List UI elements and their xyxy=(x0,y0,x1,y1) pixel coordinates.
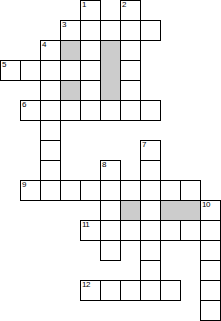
cell-r5-c5[interactable] xyxy=(100,100,121,121)
cell-r0-c4[interactable] xyxy=(80,0,101,21)
cell-r9-c3[interactable] xyxy=(60,180,81,201)
cell-r8-c2[interactable] xyxy=(40,160,61,181)
cell-r10-c5[interactable] xyxy=(100,200,121,221)
cell-r11-c10[interactable] xyxy=(200,220,221,241)
cell-r14-c8[interactable] xyxy=(160,280,181,301)
cell-r1-c6[interactable] xyxy=(120,20,141,41)
cell-r5-c1[interactable] xyxy=(20,100,41,121)
cell-r3-c2[interactable] xyxy=(40,60,61,81)
cell-r3-c4[interactable] xyxy=(80,60,101,81)
cell-r7-c2[interactable] xyxy=(40,140,61,161)
cell-r2-c4[interactable] xyxy=(80,40,101,61)
cell-r9-c5[interactable] xyxy=(100,180,121,201)
cell-r11-c9[interactable] xyxy=(180,220,201,241)
cell-r12-c7[interactable] xyxy=(140,240,161,261)
cell-r9-c7[interactable] xyxy=(140,180,161,201)
cell-r4-c2[interactable] xyxy=(40,80,61,101)
shaded-block-r2-c5 xyxy=(100,40,121,101)
cell-r14-c4[interactable] xyxy=(80,280,101,301)
cell-r5-c7[interactable] xyxy=(140,100,161,121)
cell-r5-c4[interactable] xyxy=(80,100,101,121)
cell-r14-c6[interactable] xyxy=(120,280,141,301)
cell-r14-c10[interactable] xyxy=(200,280,221,301)
cell-r10-c10[interactable] xyxy=(200,200,221,221)
cell-r8-c7[interactable] xyxy=(140,160,161,181)
cell-r5-c3[interactable] xyxy=(60,100,81,121)
cell-r9-c9[interactable] xyxy=(180,180,201,201)
cell-r3-c0[interactable] xyxy=(0,60,21,81)
cell-r13-c7[interactable] xyxy=(140,260,161,281)
cell-r1-c5[interactable] xyxy=(100,20,121,41)
cell-r5-c2[interactable] xyxy=(40,100,61,121)
cell-r11-c6[interactable] xyxy=(120,220,141,241)
cell-r15-c10[interactable] xyxy=(200,300,221,321)
cell-r1-c7[interactable] xyxy=(140,20,161,41)
cell-r12-c10[interactable] xyxy=(200,240,221,261)
cell-r12-c5[interactable] xyxy=(100,240,121,261)
shaded-block-r2-c3 xyxy=(60,40,81,61)
cell-r11-c8[interactable] xyxy=(160,220,181,241)
cell-r11-c7[interactable] xyxy=(140,220,161,241)
cell-r3-c6[interactable] xyxy=(120,60,141,81)
cell-r8-c5[interactable] xyxy=(100,160,121,181)
cell-r7-c7[interactable] xyxy=(140,140,161,161)
cell-r5-c6[interactable] xyxy=(120,100,141,121)
cell-r9-c6[interactable] xyxy=(120,180,141,201)
crossword-board: 123456789101112 xyxy=(0,0,221,321)
cell-r14-c5[interactable] xyxy=(100,280,121,301)
cell-r4-c4[interactable] xyxy=(80,80,101,101)
cell-r11-c5[interactable] xyxy=(100,220,121,241)
shaded-block-r10-c6 xyxy=(120,200,141,221)
cell-r14-c7[interactable] xyxy=(140,280,161,301)
cell-r6-c2[interactable] xyxy=(40,120,61,141)
cell-r2-c6[interactable] xyxy=(120,40,141,61)
cell-r9-c1[interactable] xyxy=(20,180,41,201)
cell-r3-c3[interactable] xyxy=(60,60,81,81)
cell-r11-c4[interactable] xyxy=(80,220,101,241)
cell-r1-c4[interactable] xyxy=(80,20,101,41)
cell-r9-c2[interactable] xyxy=(40,180,61,201)
cell-r3-c1[interactable] xyxy=(20,60,41,81)
cell-r2-c2[interactable] xyxy=(40,40,61,61)
cell-r10-c7[interactable] xyxy=(140,200,161,221)
cell-r1-c3[interactable] xyxy=(60,20,81,41)
cell-r4-c6[interactable] xyxy=(120,80,141,101)
cell-r0-c6[interactable] xyxy=(120,0,141,21)
shaded-block-r10-c8 xyxy=(160,200,201,221)
cell-r9-c8[interactable] xyxy=(160,180,181,201)
shaded-block-r4-c3 xyxy=(60,80,81,101)
cell-r13-c10[interactable] xyxy=(200,260,221,281)
cell-r9-c4[interactable] xyxy=(80,180,101,201)
